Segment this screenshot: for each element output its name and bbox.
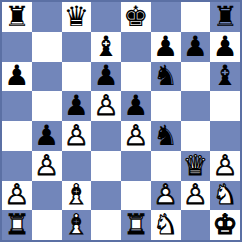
black-pawn-g7[interactable]: ♟	[181, 33, 209, 61]
square-d1[interactable]	[91, 210, 121, 240]
square-a1[interactable]: ♜♖	[2, 210, 32, 240]
square-a6[interactable]: ♟	[2, 62, 32, 92]
square-f6[interactable]: ♞	[151, 62, 181, 92]
square-b6[interactable]	[32, 62, 62, 92]
black-pawn-d6[interactable]: ♟	[92, 62, 120, 90]
white-pawn-g2[interactable]: ♟♙	[181, 181, 209, 209]
square-d4[interactable]	[91, 121, 121, 151]
square-f5[interactable]	[151, 91, 181, 121]
square-a8[interactable]: ♜	[2, 2, 32, 32]
square-e1[interactable]: ♜♖	[121, 210, 151, 240]
piece-outline-glyph: ♕	[181, 152, 209, 180]
square-d7[interactable]: ♝	[91, 32, 121, 62]
black-rook-a8[interactable]: ♜	[3, 3, 31, 31]
square-a7[interactable]	[2, 32, 32, 62]
square-f3[interactable]	[151, 151, 181, 181]
black-pawn-e5[interactable]: ♟	[122, 92, 150, 120]
square-b3[interactable]: ♟♙	[32, 151, 62, 181]
square-f2[interactable]: ♟♙	[151, 181, 181, 211]
white-pawn-d5[interactable]: ♟♙	[92, 92, 120, 120]
square-f1[interactable]: ♞♘	[151, 210, 181, 240]
square-g1[interactable]	[181, 210, 211, 240]
piece-outline-glyph: ♙	[92, 92, 120, 120]
square-h7[interactable]: ♟	[210, 32, 240, 62]
black-queen-c8[interactable]: ♛	[62, 3, 90, 31]
square-g4[interactable]	[181, 121, 211, 151]
white-queen-g3[interactable]: ♛♕	[181, 152, 209, 180]
square-b4[interactable]: ♟	[32, 121, 62, 151]
square-a3[interactable]	[2, 151, 32, 181]
black-pawn-f7[interactable]: ♟	[152, 33, 180, 61]
square-d2[interactable]	[91, 181, 121, 211]
chess-board-window: ♜♛♚♜♝♟♟♟♟♟♞♝♟♟♙♟♟♟♙♟♙♞♟♙♛♕♟♙♟♙♝♗♟♙♟♙♞♘♜♖…	[0, 0, 242, 242]
black-pawn-c5[interactable]: ♟	[62, 92, 90, 120]
square-c3[interactable]	[62, 151, 92, 181]
piece-outline-glyph: ♙	[33, 152, 61, 180]
square-d8[interactable]	[91, 2, 121, 32]
piece-outline-glyph: ♗	[62, 211, 90, 239]
white-pawn-a2[interactable]: ♟♙	[3, 181, 31, 209]
square-f8[interactable]	[151, 2, 181, 32]
white-knight-h2[interactable]: ♞♘	[211, 181, 239, 209]
square-a5[interactable]	[2, 91, 32, 121]
piece-outline-glyph: ♘	[211, 181, 239, 209]
square-c8[interactable]: ♛	[62, 2, 92, 32]
black-pawn-a6[interactable]: ♟	[3, 62, 31, 90]
piece-outline-glyph: ♙	[122, 122, 150, 150]
white-pawn-e4[interactable]: ♟♙	[122, 122, 150, 150]
piece-outline-glyph: ♙	[3, 181, 31, 209]
white-rook-a1[interactable]: ♜♖	[3, 211, 31, 239]
square-e4[interactable]: ♟♙	[121, 121, 151, 151]
piece-outline-glyph: ♙	[62, 122, 90, 150]
black-bishop-d7[interactable]: ♝	[92, 33, 120, 61]
piece-outline-glyph: ♔	[211, 211, 239, 239]
black-pawn-h7[interactable]: ♟	[211, 33, 239, 61]
piece-outline-glyph: ♖	[3, 211, 31, 239]
square-b5[interactable]	[32, 91, 62, 121]
white-knight-f1[interactable]: ♞♘	[152, 211, 180, 239]
square-f4[interactable]: ♞	[151, 121, 181, 151]
black-knight-f6[interactable]: ♞	[152, 62, 180, 90]
square-b2[interactable]	[32, 181, 62, 211]
square-b1[interactable]	[32, 210, 62, 240]
square-e3[interactable]	[121, 151, 151, 181]
square-g2[interactable]: ♟♙	[181, 181, 211, 211]
square-h8[interactable]: ♜	[210, 2, 240, 32]
square-d5[interactable]: ♟♙	[91, 91, 121, 121]
square-g5[interactable]	[181, 91, 211, 121]
black-rook-h8[interactable]: ♜	[211, 3, 239, 31]
white-pawn-f2[interactable]: ♟♙	[152, 181, 180, 209]
white-pawn-h3[interactable]: ♟♙	[211, 152, 239, 180]
white-pawn-c4[interactable]: ♟♙	[62, 122, 90, 150]
square-d6[interactable]: ♟	[91, 62, 121, 92]
square-e8[interactable]: ♚	[121, 2, 151, 32]
square-g7[interactable]: ♟	[181, 32, 211, 62]
piece-outline-glyph: ♙	[211, 152, 239, 180]
square-f7[interactable]: ♟	[151, 32, 181, 62]
square-h5[interactable]	[210, 91, 240, 121]
square-g6[interactable]	[181, 62, 211, 92]
square-c1[interactable]: ♝♗	[62, 210, 92, 240]
square-h3[interactable]: ♟♙	[210, 151, 240, 181]
black-pawn-b4[interactable]: ♟	[33, 122, 61, 150]
square-a4[interactable]	[2, 121, 32, 151]
square-h4[interactable]	[210, 121, 240, 151]
piece-outline-glyph: ♙	[181, 181, 209, 209]
square-g3[interactable]: ♛♕	[181, 151, 211, 181]
black-knight-f4[interactable]: ♞	[152, 122, 180, 150]
square-e2[interactable]	[121, 181, 151, 211]
white-bishop-c1[interactable]: ♝♗	[62, 211, 90, 239]
square-d3[interactable]	[91, 151, 121, 181]
square-c6[interactable]	[62, 62, 92, 92]
white-pawn-b3[interactable]: ♟♙	[33, 152, 61, 180]
white-king-h1[interactable]: ♚♔	[211, 211, 239, 239]
piece-outline-glyph: ♘	[152, 211, 180, 239]
square-h6[interactable]: ♝	[210, 62, 240, 92]
chess-board: ♜♛♚♜♝♟♟♟♟♟♞♝♟♟♙♟♟♟♙♟♙♞♟♙♛♕♟♙♟♙♝♗♟♙♟♙♞♘♜♖…	[0, 0, 242, 242]
square-c7[interactable]	[62, 32, 92, 62]
square-c4[interactable]: ♟♙	[62, 121, 92, 151]
piece-outline-glyph: ♖	[122, 211, 150, 239]
white-bishop-c2[interactable]: ♝♗	[62, 181, 90, 209]
square-b8[interactable]	[32, 2, 62, 32]
black-king-e8[interactable]: ♚	[122, 3, 150, 31]
piece-outline-glyph: ♗	[62, 181, 90, 209]
square-e5[interactable]: ♟	[121, 91, 151, 121]
square-e7[interactable]	[121, 32, 151, 62]
square-h2[interactable]: ♞♘	[210, 181, 240, 211]
square-g8[interactable]	[181, 2, 211, 32]
piece-outline-glyph: ♙	[152, 181, 180, 209]
square-h1[interactable]: ♚♔	[210, 210, 240, 240]
square-a2[interactable]: ♟♙	[2, 181, 32, 211]
square-c5[interactable]: ♟	[62, 91, 92, 121]
black-bishop-h6[interactable]: ♝	[211, 62, 239, 90]
white-rook-e1[interactable]: ♜♖	[122, 211, 150, 239]
square-c2[interactable]: ♝♗	[62, 181, 92, 211]
square-e6[interactable]	[121, 62, 151, 92]
square-b7[interactable]	[32, 32, 62, 62]
